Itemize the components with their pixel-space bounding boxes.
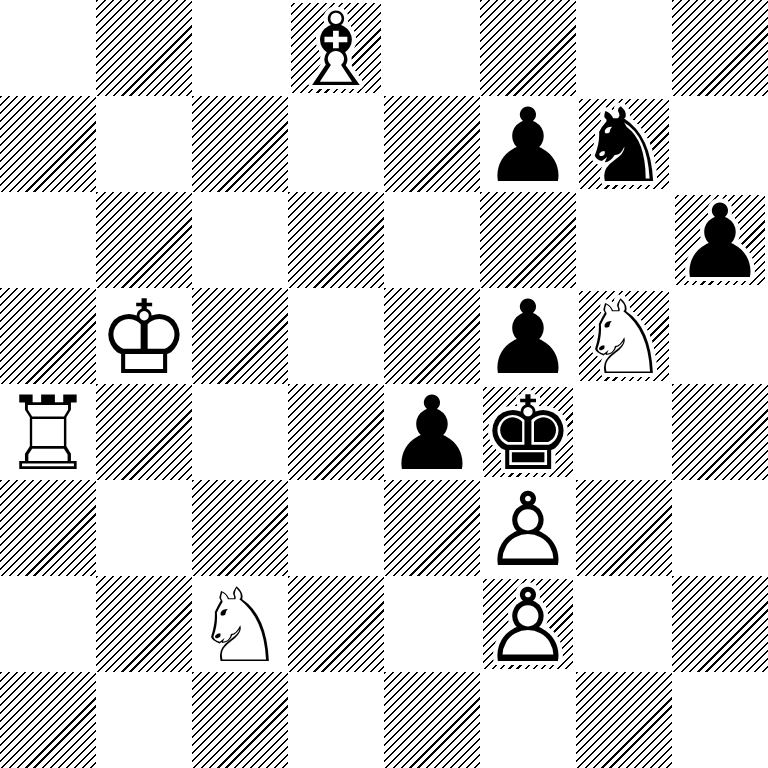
square-e4[interactable]: ♟♟ — [384, 384, 480, 480]
square-b3[interactable] — [96, 480, 192, 576]
square-d8[interactable]: ♝♗ — [288, 0, 384, 96]
square-g6[interactable] — [576, 192, 672, 288]
square-f8[interactable] — [480, 0, 576, 96]
black-pawn-halo: ♟ — [480, 290, 576, 386]
square-c8[interactable] — [192, 0, 288, 96]
square-d3[interactable] — [288, 480, 384, 576]
square-c5[interactable] — [192, 288, 288, 384]
square-c2[interactable]: ♞♘ — [192, 576, 288, 672]
square-d1[interactable] — [288, 672, 384, 768]
white-pawn-halo: ♟ — [480, 482, 576, 578]
square-e3[interactable] — [384, 480, 480, 576]
black-king-icon: ♚ — [480, 386, 576, 482]
white-knight-halo: ♞ — [576, 290, 672, 386]
white-knight-halo: ♞ — [192, 578, 288, 674]
square-e2[interactable] — [384, 576, 480, 672]
square-h3[interactable] — [672, 480, 768, 576]
square-d5[interactable] — [288, 288, 384, 384]
black-pawn-icon: ♟ — [384, 386, 480, 482]
white-rook-icon: ♖ — [0, 386, 96, 482]
white-bishop-icon: ♗ — [288, 2, 384, 98]
white-king-icon: ♔ — [96, 290, 192, 386]
square-a3[interactable] — [0, 480, 96, 576]
square-c1[interactable] — [192, 672, 288, 768]
white-bishop-halo: ♝ — [288, 2, 384, 98]
square-d6[interactable] — [288, 192, 384, 288]
square-f7[interactable]: ♟♟ — [480, 96, 576, 192]
square-h1[interactable] — [672, 672, 768, 768]
square-a6[interactable] — [0, 192, 96, 288]
square-f1[interactable] — [480, 672, 576, 768]
square-b8[interactable] — [96, 0, 192, 96]
black-pawn-halo: ♟ — [384, 386, 480, 482]
square-f2[interactable]: ♟♙ — [480, 576, 576, 672]
square-a7[interactable] — [0, 96, 96, 192]
square-d7[interactable] — [288, 96, 384, 192]
square-e6[interactable] — [384, 192, 480, 288]
square-a1[interactable] — [0, 672, 96, 768]
white-knight-icon: ♘ — [192, 578, 288, 674]
black-pawn-halo: ♟ — [480, 98, 576, 194]
square-e1[interactable] — [384, 672, 480, 768]
square-g7[interactable]: ♞♞ — [576, 96, 672, 192]
black-king-halo: ♚ — [480, 386, 576, 482]
square-c4[interactable] — [192, 384, 288, 480]
square-g3[interactable] — [576, 480, 672, 576]
square-f5[interactable]: ♟♟ — [480, 288, 576, 384]
white-pawn-icon: ♙ — [480, 578, 576, 674]
white-king-halo: ♚ — [96, 290, 192, 386]
square-a2[interactable] — [0, 576, 96, 672]
chess-board: ♝♗♟♟♞♞♟♟♚♔♟♟♞♘♜♖♟♟♚♚♟♙♞♘♟♙ — [0, 0, 768, 768]
square-h6[interactable]: ♟♟ — [672, 192, 768, 288]
square-e8[interactable] — [384, 0, 480, 96]
square-a5[interactable] — [0, 288, 96, 384]
square-d4[interactable] — [288, 384, 384, 480]
square-f3[interactable]: ♟♙ — [480, 480, 576, 576]
square-c3[interactable] — [192, 480, 288, 576]
black-knight-icon: ♞ — [576, 98, 672, 194]
black-pawn-halo: ♟ — [672, 194, 768, 290]
square-b5[interactable]: ♚♔ — [96, 288, 192, 384]
black-pawn-icon: ♟ — [480, 98, 576, 194]
black-pawn-icon: ♟ — [672, 194, 768, 290]
square-e5[interactable] — [384, 288, 480, 384]
square-f4[interactable]: ♚♚ — [480, 384, 576, 480]
square-d2[interactable] — [288, 576, 384, 672]
square-g2[interactable] — [576, 576, 672, 672]
square-h4[interactable] — [672, 384, 768, 480]
square-b6[interactable] — [96, 192, 192, 288]
square-b1[interactable] — [96, 672, 192, 768]
square-c7[interactable] — [192, 96, 288, 192]
black-knight-halo: ♞ — [576, 98, 672, 194]
square-h5[interactable] — [672, 288, 768, 384]
square-h7[interactable] — [672, 96, 768, 192]
white-rook-halo: ♜ — [0, 386, 96, 482]
square-g8[interactable] — [576, 0, 672, 96]
square-g5[interactable]: ♞♘ — [576, 288, 672, 384]
square-c6[interactable] — [192, 192, 288, 288]
white-pawn-icon: ♙ — [480, 482, 576, 578]
square-h2[interactable] — [672, 576, 768, 672]
black-pawn-icon: ♟ — [480, 290, 576, 386]
square-g1[interactable] — [576, 672, 672, 768]
white-knight-icon: ♘ — [576, 290, 672, 386]
square-a8[interactable] — [0, 0, 96, 96]
square-b7[interactable] — [96, 96, 192, 192]
square-g4[interactable] — [576, 384, 672, 480]
square-b4[interactable] — [96, 384, 192, 480]
white-pawn-halo: ♟ — [480, 578, 576, 674]
square-h8[interactable] — [672, 0, 768, 96]
square-a4[interactable]: ♜♖ — [0, 384, 96, 480]
square-f6[interactable] — [480, 192, 576, 288]
square-b2[interactable] — [96, 576, 192, 672]
square-e7[interactable] — [384, 96, 480, 192]
